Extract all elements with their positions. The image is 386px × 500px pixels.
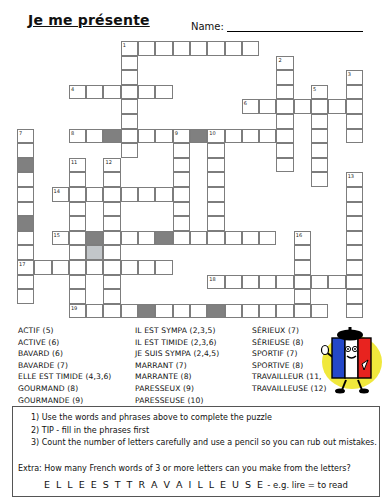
letter-cell[interactable]	[103, 275, 120, 290]
letter-cell[interactable]	[276, 158, 293, 173]
letter-cell[interactable]	[207, 143, 224, 158]
letter-cell[interactable]	[173, 231, 190, 246]
letter-cell[interactable]	[207, 202, 224, 217]
letter-cell[interactable]	[346, 275, 363, 290]
letter-cell[interactable]: 2	[276, 56, 293, 71]
letter-cell[interactable]	[276, 114, 293, 129]
letter-cell[interactable]	[121, 114, 138, 129]
separator-cell	[207, 304, 224, 319]
clue-number: 18	[209, 276, 215, 282]
letter-cell[interactable]	[155, 260, 172, 275]
clue-number: 5	[313, 86, 316, 92]
letter-cell[interactable]	[138, 260, 155, 275]
word-list-item: MARRANTE (8)	[135, 371, 219, 383]
letter-cell[interactable]: 15	[52, 231, 69, 246]
clue-number: 8	[71, 130, 74, 136]
letter-cell[interactable]	[69, 260, 86, 275]
letter-cell[interactable]	[86, 85, 103, 100]
clue-number: 15	[54, 232, 60, 238]
letter-cell[interactable]	[346, 245, 363, 260]
name-input-line[interactable]	[227, 21, 363, 32]
letter-cell[interactable]	[328, 99, 345, 114]
letter-cell[interactable]	[259, 99, 276, 114]
letter-cell[interactable]	[121, 143, 138, 158]
letter-cell[interactable]	[207, 41, 224, 56]
letter-cell[interactable]	[173, 304, 190, 319]
separator-cell	[86, 231, 103, 246]
clue-number: 19	[71, 305, 77, 311]
letter-cell[interactable]: 19	[69, 304, 86, 319]
french-flag-character-icon	[318, 322, 384, 396]
letter-cell[interactable]: 1	[121, 41, 138, 56]
separator-cell	[155, 231, 172, 246]
letter-cell[interactable]	[121, 56, 138, 71]
word-list-item: PARESSEUSE (10)	[135, 395, 219, 407]
letter-cell[interactable]	[103, 187, 120, 202]
letter-cell[interactable]	[155, 304, 172, 319]
letter-cell[interactable]	[242, 41, 259, 56]
clue-number: 14	[54, 188, 60, 194]
letter-cell[interactable]	[294, 99, 311, 114]
word-list-column-1: ACTIF (5)ACTIVE (6)BAVARD (6)BAVARDE (7)…	[18, 325, 111, 406]
extra-question: Extra: How many French words of 3 or mor…	[18, 464, 351, 473]
letter-cell[interactable]	[276, 85, 293, 100]
letter-cell[interactable]	[86, 260, 103, 275]
word-list-item: GOURMAND (8)	[18, 383, 111, 395]
letter-cell[interactable]	[69, 231, 86, 246]
letter-cell[interactable]	[17, 202, 34, 217]
separator-cell	[86, 245, 103, 260]
letter-cell[interactable]	[190, 231, 207, 246]
letter-cell[interactable]	[346, 231, 363, 246]
letter-cell[interactable]	[121, 304, 138, 319]
letter-cell[interactable]	[103, 289, 120, 304]
letter-cell[interactable]	[103, 202, 120, 217]
letter-cell[interactable]	[121, 129, 138, 144]
clue-number: 12	[105, 159, 111, 165]
letter-cell[interactable]	[259, 275, 276, 290]
letter-cell[interactable]	[103, 231, 120, 246]
letter-cell[interactable]: 9	[173, 129, 190, 144]
instruction-item: 1) Use the words and phrases above to co…	[31, 413, 272, 422]
letter-cell[interactable]	[121, 187, 138, 202]
letter-cell[interactable]	[346, 85, 363, 100]
word-list-item: TRAVAILLEUR (11,	[252, 371, 327, 383]
letter-cell[interactable]	[242, 129, 259, 144]
letter-cell[interactable]	[207, 158, 224, 173]
letter-cell[interactable]	[207, 172, 224, 187]
letter-cell[interactable]	[328, 275, 345, 290]
letter-cell[interactable]	[138, 187, 155, 202]
letter-cell[interactable]	[173, 158, 190, 173]
letter-cell[interactable]	[225, 304, 242, 319]
letter-cell[interactable]	[294, 245, 311, 260]
letter-cell[interactable]	[242, 231, 259, 246]
letter-cell[interactable]: 14	[52, 187, 69, 202]
separator-cell	[17, 158, 34, 173]
clue-number: 1	[123, 42, 126, 48]
letter-cell[interactable]	[155, 129, 172, 144]
letter-cell[interactable]	[225, 129, 242, 144]
instruction-item: 3) Count the number of letters carefully…	[31, 438, 377, 447]
clue-number: 11	[71, 159, 77, 165]
word-list-item: SPORTIVE (8)	[252, 360, 327, 372]
letter-cell[interactable]	[86, 129, 103, 144]
clue-number: 9	[175, 130, 178, 136]
letter-cell[interactable]	[69, 216, 86, 231]
letter-cell[interactable]	[294, 275, 311, 290]
letter-cell[interactable]	[103, 216, 120, 231]
letter-cell[interactable]	[225, 41, 242, 56]
letter-cell[interactable]	[138, 129, 155, 144]
letter-cell[interactable]	[103, 245, 120, 260]
anagram-letters: E L L E E S T T R A V A I L L E U S E	[44, 479, 265, 490]
letter-cell[interactable]	[173, 216, 190, 231]
letter-cell[interactable]	[225, 231, 242, 246]
word-list-column-3: SÉRIEUX (7)SÉRIEUSE (8)SPORTIF (7)SPORTI…	[252, 325, 327, 395]
letter-cell[interactable]	[121, 99, 138, 114]
clue-number: 3	[348, 71, 351, 77]
letter-cell[interactable]	[276, 70, 293, 85]
word-list-item: ELLE EST TIMIDE (4,3,6)	[18, 371, 111, 383]
letter-cell[interactable]	[311, 275, 328, 290]
letter-cell[interactable]	[69, 289, 86, 304]
letter-cell[interactable]	[17, 245, 34, 260]
name-field-row: Name:	[191, 21, 363, 32]
letter-cell[interactable]	[242, 275, 259, 290]
letter-cell[interactable]	[173, 187, 190, 202]
name-label: Name:	[191, 21, 224, 32]
letter-cell[interactable]: 7	[17, 129, 34, 144]
letter-cell[interactable]	[311, 129, 328, 144]
letter-cell[interactable]	[173, 143, 190, 158]
letter-cell[interactable]	[311, 99, 328, 114]
letter-cell[interactable]	[155, 41, 172, 56]
letter-cell[interactable]	[69, 172, 86, 187]
letter-cell[interactable]	[69, 245, 86, 260]
word-list-item: PARESSEUX (9)	[135, 383, 219, 395]
letter-cell[interactable]	[294, 304, 311, 319]
word-list-item: ACTIVE (6)	[18, 337, 111, 349]
letter-cell[interactable]	[311, 143, 328, 158]
letter-cell[interactable]	[138, 85, 155, 100]
letter-cell[interactable]	[294, 289, 311, 304]
letter-cell[interactable]	[138, 41, 155, 56]
letter-cell[interactable]	[190, 304, 207, 319]
separator-cell	[190, 129, 207, 144]
letter-cell[interactable]	[346, 187, 363, 202]
letter-cell[interactable]: 6	[242, 99, 259, 114]
letter-cell[interactable]: 11	[69, 158, 86, 173]
word-list-item: JE SUIS SYMPA (2,4,5)	[135, 348, 219, 360]
separator-cell	[103, 129, 120, 144]
letter-cell[interactable]	[207, 187, 224, 202]
letter-cell[interactable]	[34, 260, 51, 275]
letter-cell[interactable]	[346, 99, 363, 114]
letter-cell[interactable]	[276, 275, 293, 290]
letter-cell[interactable]	[173, 41, 190, 56]
letter-cell[interactable]	[346, 304, 363, 319]
page-title: Je me présente	[28, 12, 150, 28]
letter-cell[interactable]	[346, 129, 363, 144]
letter-cell[interactable]	[294, 260, 311, 275]
anagram-line: E L L E E S T T R A V A I L L E U S E - …	[13, 479, 379, 490]
letter-cell[interactable]: 5	[311, 85, 328, 100]
letter-cell[interactable]: 16	[294, 231, 311, 246]
letter-cell[interactable]	[69, 202, 86, 217]
word-list-item: BAVARDE (7)	[18, 360, 111, 372]
letter-cell[interactable]	[346, 202, 363, 217]
letter-cell[interactable]	[52, 260, 69, 275]
clue-number: 7	[19, 130, 22, 136]
word-list-item: SPORTIF (7)	[252, 348, 327, 360]
letter-cell[interactable]	[346, 114, 363, 129]
letter-cell[interactable]	[311, 158, 328, 173]
letter-cell[interactable]	[86, 187, 103, 202]
clue-number: 17	[19, 261, 25, 267]
word-list-column-2: IL EST SYMPA (2,3,5)IL EST TIMIDE (2,3,6…	[135, 325, 219, 406]
letter-cell[interactable]	[225, 275, 242, 290]
word-list-item: IL EST SYMPA (2,3,5)	[135, 325, 219, 337]
letter-cell[interactable]	[69, 275, 86, 290]
word-list-item: IL EST TIMIDE (2,3,6)	[135, 337, 219, 349]
clue-number: 10	[209, 130, 215, 136]
letter-cell[interactable]	[242, 304, 259, 319]
letter-cell[interactable]	[17, 275, 34, 290]
letter-cell[interactable]	[207, 216, 224, 231]
letter-cell[interactable]	[259, 231, 276, 246]
letter-cell[interactable]: 8	[69, 129, 86, 144]
letter-cell[interactable]	[121, 85, 138, 100]
letter-cell[interactable]	[311, 114, 328, 129]
letter-cell[interactable]: 4	[69, 85, 86, 100]
letter-cell[interactable]	[173, 202, 190, 217]
instructions-box: 1) Use the words and phrases above to co…	[12, 406, 380, 497]
letter-cell[interactable]	[311, 172, 328, 187]
letter-cell[interactable]	[69, 187, 86, 202]
letter-cell[interactable]	[259, 304, 276, 319]
letter-cell[interactable]	[259, 129, 276, 144]
letter-cell[interactable]	[17, 231, 34, 246]
letter-cell[interactable]	[103, 172, 120, 187]
letter-cell[interactable]	[207, 231, 224, 246]
word-list-item: MARRANT (7)	[135, 360, 219, 372]
letter-cell[interactable]	[121, 70, 138, 85]
letter-cell[interactable]	[103, 85, 120, 100]
letter-cell[interactable]: 13	[346, 172, 363, 187]
letter-cell[interactable]	[276, 304, 293, 319]
letter-cell[interactable]	[155, 187, 172, 202]
letter-cell[interactable]	[155, 85, 172, 100]
letter-cell[interactable]	[138, 231, 155, 246]
letter-cell[interactable]	[346, 289, 363, 304]
letter-cell[interactable]: 3	[346, 70, 363, 85]
separator-cell	[138, 304, 155, 319]
letter-cell[interactable]	[103, 260, 120, 275]
letter-cell[interactable]: 12	[103, 158, 120, 173]
word-list-item: TRAVAILLEUSE (12)	[252, 383, 327, 395]
letter-cell[interactable]	[17, 143, 34, 158]
letter-cell[interactable]	[121, 231, 138, 246]
letter-cell[interactable]	[276, 143, 293, 158]
clue-number: 4	[71, 86, 74, 92]
letter-cell[interactable]	[173, 172, 190, 187]
clue-number: 6	[244, 100, 247, 106]
separator-cell	[17, 216, 34, 231]
letter-cell[interactable]	[276, 129, 293, 144]
word-list-item: SÉRIEUX (7)	[252, 325, 327, 337]
word-list-item: BAVARD (6)	[18, 348, 111, 360]
letter-cell[interactable]	[121, 260, 138, 275]
letter-cell[interactable]	[276, 99, 293, 114]
instruction-item: 2) TIP - fill in the phrases first	[31, 426, 149, 435]
clue-number: 16	[296, 232, 302, 238]
letter-cell[interactable]	[17, 172, 34, 187]
letter-cell[interactable]	[103, 304, 120, 319]
clue-number: 13	[348, 173, 354, 179]
word-list-item: GOURMANDE (9)	[18, 395, 111, 407]
letter-cell[interactable]	[17, 187, 34, 202]
word-list-item: SÉRIEUSE (8)	[252, 337, 327, 349]
letter-cell[interactable]: 17	[17, 260, 34, 275]
clue-number: 2	[278, 57, 281, 63]
letter-cell[interactable]: 10	[207, 129, 224, 144]
letter-cell[interactable]	[346, 260, 363, 275]
letter-cell[interactable]: 18	[207, 275, 224, 290]
letter-cell[interactable]	[190, 41, 207, 56]
letter-cell[interactable]	[86, 304, 103, 319]
letter-cell[interactable]	[311, 304, 328, 319]
letter-cell[interactable]	[17, 289, 34, 304]
word-list-item: ACTIF (5)	[18, 325, 111, 337]
letter-cell[interactable]	[346, 216, 363, 231]
crossword-grid: 12345678910111213141516171819	[17, 41, 363, 318]
anagram-example: - e.g. lire = to read	[265, 480, 348, 490]
